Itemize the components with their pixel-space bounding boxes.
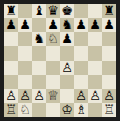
square-h6[interactable]: [102, 32, 116, 46]
square-e3[interactable]: [60, 75, 74, 89]
square-d1[interactable]: [46, 103, 60, 117]
square-h1[interactable]: ♖: [102, 103, 116, 117]
square-f6[interactable]: [74, 32, 88, 46]
square-c1[interactable]: [32, 103, 46, 117]
square-g7[interactable]: ♟: [88, 18, 102, 32]
square-a2[interactable]: ♙: [4, 89, 18, 103]
square-a8[interactable]: ♜: [4, 4, 18, 18]
black-knight[interactable]: ♞: [61, 18, 73, 32]
square-g6[interactable]: [88, 32, 102, 46]
black-pawn[interactable]: ♟: [19, 18, 31, 32]
black-rook[interactable]: ♜: [5, 4, 17, 18]
square-c3[interactable]: [32, 75, 46, 89]
square-b8[interactable]: [18, 4, 32, 18]
square-d2[interactable]: ♕: [46, 89, 60, 103]
square-a7[interactable]: ♟: [4, 18, 18, 32]
square-c4[interactable]: [32, 61, 46, 75]
square-e1[interactable]: ♔: [60, 103, 74, 117]
square-h3[interactable]: [102, 75, 116, 89]
square-g1[interactable]: [88, 103, 102, 117]
square-f5[interactable]: [74, 46, 88, 60]
white-pawn[interactable]: ♙: [89, 89, 101, 103]
white-pawn[interactable]: ♙: [5, 89, 17, 103]
square-c2[interactable]: ♙: [32, 89, 46, 103]
square-a3[interactable]: [4, 75, 18, 89]
white-knight[interactable]: ♘: [19, 103, 31, 117]
white-pawn[interactable]: ♙: [103, 89, 115, 103]
square-f8[interactable]: [74, 4, 88, 18]
black-pawn[interactable]: ♟: [103, 18, 115, 32]
square-a1[interactable]: ♖: [4, 103, 18, 117]
black-queen[interactable]: ♛: [47, 4, 59, 18]
square-f7[interactable]: ♟: [74, 18, 88, 32]
square-h7[interactable]: ♟: [102, 18, 116, 32]
white-knight[interactable]: ♘: [47, 32, 59, 46]
square-f2[interactable]: ♙: [74, 89, 88, 103]
white-rook[interactable]: ♖: [103, 103, 115, 117]
white-pawn[interactable]: ♙: [75, 89, 87, 103]
square-a4[interactable]: [4, 61, 18, 75]
square-a6[interactable]: [4, 32, 18, 46]
white-pawn[interactable]: ♙: [19, 89, 31, 103]
square-d8[interactable]: ♛: [46, 4, 60, 18]
square-f4[interactable]: [74, 61, 88, 75]
white-queen[interactable]: ♕: [47, 89, 59, 103]
square-b5[interactable]: [18, 46, 32, 60]
black-king[interactable]: ♚: [61, 4, 73, 18]
square-g4[interactable]: [88, 61, 102, 75]
square-d5[interactable]: [46, 46, 60, 60]
square-d3[interactable]: [46, 75, 60, 89]
chessboard[interactable]: ♜♝♛♚♜♟♟♟♞♟♟♟♞♘♟♙♙♙♙♕♙♙♙♖♘♔♗♖: [4, 4, 116, 117]
square-h4[interactable]: [102, 61, 116, 75]
square-e8[interactable]: ♚: [60, 4, 74, 18]
square-d4[interactable]: [46, 61, 60, 75]
square-c6[interactable]: ♞: [32, 32, 46, 46]
square-b3[interactable]: [18, 75, 32, 89]
square-g8[interactable]: [88, 4, 102, 18]
square-g3[interactable]: [88, 75, 102, 89]
square-b1[interactable]: ♘: [18, 103, 32, 117]
square-e5[interactable]: [60, 46, 74, 60]
white-bishop[interactable]: ♗: [75, 103, 87, 117]
square-f3[interactable]: [74, 75, 88, 89]
black-pawn[interactable]: ♟: [5, 18, 17, 32]
square-g5[interactable]: [88, 46, 102, 60]
white-pawn[interactable]: ♙: [61, 61, 73, 75]
square-b7[interactable]: ♟: [18, 18, 32, 32]
square-b2[interactable]: ♙: [18, 89, 32, 103]
square-h2[interactable]: ♙: [102, 89, 116, 103]
square-c5[interactable]: [32, 46, 46, 60]
square-h8[interactable]: ♜: [102, 4, 116, 18]
black-rook[interactable]: ♜: [103, 4, 115, 18]
white-rook[interactable]: ♖: [5, 103, 17, 117]
chessboard-frame: ♜♝♛♚♜♟♟♟♞♟♟♟♞♘♟♙♙♙♙♕♙♙♙♖♘♔♗♖: [0, 0, 120, 121]
white-pawn[interactable]: ♙: [33, 89, 45, 103]
square-c8[interactable]: ♝: [32, 4, 46, 18]
square-c7[interactable]: [32, 18, 46, 32]
square-d6[interactable]: ♘: [46, 32, 60, 46]
black-bishop[interactable]: ♝: [33, 4, 45, 18]
black-knight[interactable]: ♞: [33, 32, 45, 46]
square-e4[interactable]: ♙: [60, 61, 74, 75]
square-a5[interactable]: [4, 46, 18, 60]
square-f1[interactable]: ♗: [74, 103, 88, 117]
white-king[interactable]: ♔: [61, 103, 73, 117]
black-pawn[interactable]: ♟: [89, 18, 101, 32]
square-d7[interactable]: ♟: [46, 18, 60, 32]
black-pawn[interactable]: ♟: [61, 32, 73, 46]
square-b6[interactable]: [18, 32, 32, 46]
square-h5[interactable]: [102, 46, 116, 60]
black-pawn[interactable]: ♟: [75, 18, 87, 32]
square-b4[interactable]: [18, 61, 32, 75]
black-pawn[interactable]: ♟: [47, 18, 59, 32]
square-e2[interactable]: [60, 89, 74, 103]
square-e6[interactable]: ♟: [60, 32, 74, 46]
square-e7[interactable]: ♞: [60, 18, 74, 32]
square-g2[interactable]: ♙: [88, 89, 102, 103]
